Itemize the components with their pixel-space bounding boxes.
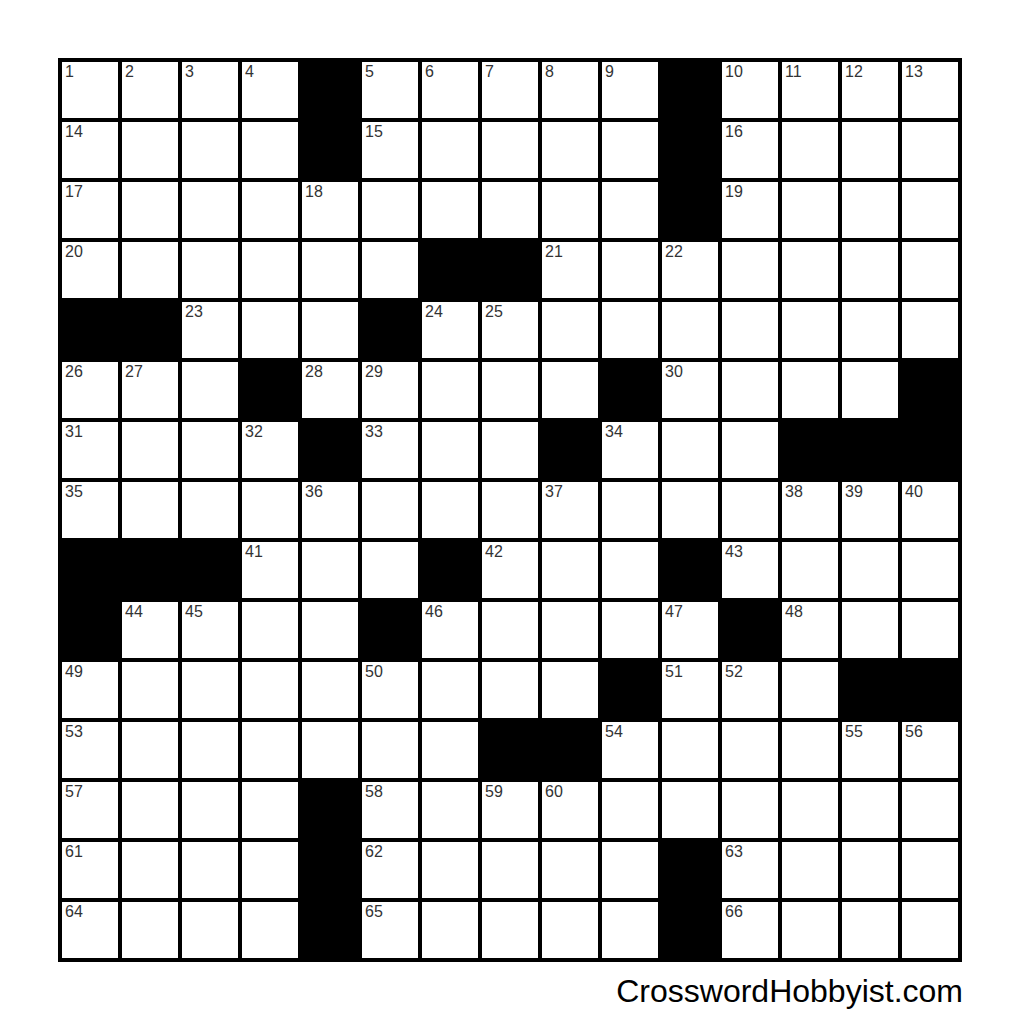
cell-r14c4[interactable] bbox=[242, 842, 298, 898]
cell-r8c6[interactable] bbox=[362, 482, 418, 538]
cell-r1c4[interactable]: 4 bbox=[242, 62, 298, 118]
clue-number: 36 bbox=[305, 482, 323, 501]
clue-number: 17 bbox=[65, 182, 83, 201]
black-cell-r9c11 bbox=[662, 542, 718, 598]
cell-r5c14[interactable] bbox=[842, 302, 898, 358]
cell-r11c3[interactable] bbox=[182, 662, 238, 718]
cell-r14c12[interactable]: 63 bbox=[722, 842, 778, 898]
cell-r2c4[interactable] bbox=[242, 122, 298, 178]
cell-r15c8[interactable] bbox=[482, 902, 538, 958]
cell-r12c14[interactable]: 55 bbox=[842, 722, 898, 778]
cell-r5c7[interactable]: 24 bbox=[422, 302, 478, 358]
cell-r15c4[interactable] bbox=[242, 902, 298, 958]
black-cell-r7c15 bbox=[902, 422, 958, 478]
puzzle-page: 1234567891011121314151617181920212223242… bbox=[0, 0, 1020, 1020]
clue-number: 42 bbox=[485, 542, 503, 561]
clue-number: 25 bbox=[485, 302, 503, 321]
cell-r4c9[interactable]: 21 bbox=[542, 242, 598, 298]
cell-r3c1[interactable]: 17 bbox=[62, 182, 118, 238]
cell-r1c8[interactable]: 7 bbox=[482, 62, 538, 118]
cell-r12c12[interactable] bbox=[722, 722, 778, 778]
cell-r2c9[interactable] bbox=[542, 122, 598, 178]
cell-r14c2[interactable] bbox=[122, 842, 178, 898]
cell-r7c7[interactable] bbox=[422, 422, 478, 478]
cell-r13c3[interactable] bbox=[182, 782, 238, 838]
cell-r10c11[interactable]: 47 bbox=[662, 602, 718, 658]
cell-r15c9[interactable] bbox=[542, 902, 598, 958]
cell-r10c5[interactable] bbox=[302, 602, 358, 658]
clue-number: 52 bbox=[725, 662, 743, 681]
clue-number: 49 bbox=[65, 662, 83, 681]
cell-r10c13[interactable]: 48 bbox=[782, 602, 838, 658]
black-cell-r7c5 bbox=[302, 422, 358, 478]
clue-number: 57 bbox=[65, 782, 83, 801]
clue-number: 24 bbox=[425, 302, 443, 321]
clue-number: 45 bbox=[185, 602, 203, 621]
clue-number: 40 bbox=[905, 482, 923, 501]
black-cell-r13c5 bbox=[302, 782, 358, 838]
cell-r5c13[interactable] bbox=[782, 302, 838, 358]
cell-r9c12[interactable]: 43 bbox=[722, 542, 778, 598]
cell-r11c6[interactable]: 50 bbox=[362, 662, 418, 718]
cell-r8c10[interactable] bbox=[602, 482, 658, 538]
cell-r10c14[interactable] bbox=[842, 602, 898, 658]
black-cell-r3c11 bbox=[662, 182, 718, 238]
cell-r11c1[interactable]: 49 bbox=[62, 662, 118, 718]
clue-number: 65 bbox=[365, 902, 383, 921]
cell-r1c10[interactable]: 9 bbox=[602, 62, 658, 118]
cell-r9c8[interactable]: 42 bbox=[482, 542, 538, 598]
black-cell-r9c7 bbox=[422, 542, 478, 598]
black-cell-r6c15 bbox=[902, 362, 958, 418]
cell-r7c2[interactable] bbox=[122, 422, 178, 478]
cell-r10c3[interactable]: 45 bbox=[182, 602, 238, 658]
cell-r11c8[interactable] bbox=[482, 662, 538, 718]
cell-r6c2[interactable]: 27 bbox=[122, 362, 178, 418]
cell-r1c7[interactable]: 6 bbox=[422, 62, 478, 118]
cell-r1c12[interactable]: 10 bbox=[722, 62, 778, 118]
cell-r10c8[interactable] bbox=[482, 602, 538, 658]
clue-number: 66 bbox=[725, 902, 743, 921]
cell-r13c13[interactable] bbox=[782, 782, 838, 838]
cell-r14c9[interactable] bbox=[542, 842, 598, 898]
cell-r4c10[interactable] bbox=[602, 242, 658, 298]
cell-r1c15[interactable]: 13 bbox=[902, 62, 958, 118]
clue-number: 60 bbox=[545, 782, 563, 801]
cell-r12c10[interactable]: 54 bbox=[602, 722, 658, 778]
clue-number: 22 bbox=[665, 242, 683, 261]
cell-r6c13[interactable] bbox=[782, 362, 838, 418]
clue-number: 28 bbox=[305, 362, 323, 381]
cell-r3c10[interactable] bbox=[602, 182, 658, 238]
cell-r3c6[interactable] bbox=[362, 182, 418, 238]
clue-number: 37 bbox=[545, 482, 563, 501]
cell-r12c6[interactable] bbox=[362, 722, 418, 778]
clue-number: 21 bbox=[545, 242, 563, 261]
cell-r14c3[interactable] bbox=[182, 842, 238, 898]
clue-number: 33 bbox=[365, 422, 383, 441]
clue-number: 35 bbox=[65, 482, 83, 501]
cell-r2c3[interactable] bbox=[182, 122, 238, 178]
cell-r8c7[interactable] bbox=[422, 482, 478, 538]
cell-r3c12[interactable]: 19 bbox=[722, 182, 778, 238]
cell-r5c8[interactable]: 25 bbox=[482, 302, 538, 358]
cell-r2c7[interactable] bbox=[422, 122, 478, 178]
cell-r8c1[interactable]: 35 bbox=[62, 482, 118, 538]
cell-r10c9[interactable] bbox=[542, 602, 598, 658]
clue-number: 39 bbox=[845, 482, 863, 501]
cell-r8c11[interactable] bbox=[662, 482, 718, 538]
cell-r5c4[interactable] bbox=[242, 302, 298, 358]
clue-number: 6 bbox=[425, 62, 434, 81]
clue-number: 44 bbox=[125, 602, 143, 621]
black-cell-r10c6 bbox=[362, 602, 418, 658]
black-cell-r9c2 bbox=[122, 542, 178, 598]
cell-r15c3[interactable] bbox=[182, 902, 238, 958]
cell-r4c4[interactable] bbox=[242, 242, 298, 298]
clue-number: 26 bbox=[65, 362, 83, 381]
cell-r10c10[interactable] bbox=[602, 602, 658, 658]
clue-number: 8 bbox=[545, 62, 554, 81]
black-cell-r7c14 bbox=[842, 422, 898, 478]
clue-number: 59 bbox=[485, 782, 503, 801]
black-cell-r12c9 bbox=[542, 722, 598, 778]
cell-r14c8[interactable] bbox=[482, 842, 538, 898]
cell-r8c15[interactable]: 40 bbox=[902, 482, 958, 538]
cell-r7c12[interactable] bbox=[722, 422, 778, 478]
black-cell-r11c15 bbox=[902, 662, 958, 718]
cell-r3c5[interactable]: 18 bbox=[302, 182, 358, 238]
clue-number: 64 bbox=[65, 902, 83, 921]
cell-r9c10[interactable] bbox=[602, 542, 658, 598]
black-cell-r5c2 bbox=[122, 302, 178, 358]
cell-r7c4[interactable]: 32 bbox=[242, 422, 298, 478]
cell-r9c4[interactable]: 41 bbox=[242, 542, 298, 598]
cell-r12c13[interactable] bbox=[782, 722, 838, 778]
cell-r13c4[interactable] bbox=[242, 782, 298, 838]
cell-r15c10[interactable] bbox=[602, 902, 658, 958]
clue-number: 2 bbox=[125, 62, 134, 81]
cell-r3c8[interactable] bbox=[482, 182, 538, 238]
clue-number: 5 bbox=[365, 62, 374, 81]
cell-r13c12[interactable] bbox=[722, 782, 778, 838]
black-cell-r14c11 bbox=[662, 842, 718, 898]
cell-r2c8[interactable] bbox=[482, 122, 538, 178]
clue-number: 18 bbox=[305, 182, 323, 201]
cell-r15c2[interactable] bbox=[122, 902, 178, 958]
clue-number: 58 bbox=[365, 782, 383, 801]
cell-r4c3[interactable] bbox=[182, 242, 238, 298]
cell-r2c6[interactable]: 15 bbox=[362, 122, 418, 178]
clue-number: 23 bbox=[185, 302, 203, 321]
cell-r15c13[interactable] bbox=[782, 902, 838, 958]
cell-r8c3[interactable] bbox=[182, 482, 238, 538]
clue-number: 30 bbox=[665, 362, 683, 381]
black-cell-r11c14 bbox=[842, 662, 898, 718]
cell-r14c15[interactable] bbox=[902, 842, 958, 898]
cell-r14c10[interactable] bbox=[602, 842, 658, 898]
cell-r6c9[interactable] bbox=[542, 362, 598, 418]
cell-r3c7[interactable] bbox=[422, 182, 478, 238]
branding-footer: CrosswordHobbyist.com bbox=[616, 973, 963, 1009]
cell-r3c15[interactable] bbox=[902, 182, 958, 238]
cell-r2c1[interactable]: 14 bbox=[62, 122, 118, 178]
cell-r12c11[interactable] bbox=[662, 722, 718, 778]
clue-number: 38 bbox=[785, 482, 803, 501]
cell-r3c9[interactable] bbox=[542, 182, 598, 238]
clue-number: 11 bbox=[785, 62, 802, 81]
clue-number: 56 bbox=[905, 722, 923, 741]
clue-number: 4 bbox=[245, 62, 254, 81]
cell-r12c15[interactable]: 56 bbox=[902, 722, 958, 778]
cell-r4c11[interactable]: 22 bbox=[662, 242, 718, 298]
black-cell-r9c3 bbox=[182, 542, 238, 598]
cell-r8c5[interactable]: 36 bbox=[302, 482, 358, 538]
cell-r12c1[interactable]: 53 bbox=[62, 722, 118, 778]
black-cell-r14c5 bbox=[302, 842, 358, 898]
clue-number: 47 bbox=[665, 602, 683, 621]
cell-r14c13[interactable] bbox=[782, 842, 838, 898]
cell-r11c11[interactable]: 51 bbox=[662, 662, 718, 718]
clue-number: 62 bbox=[365, 842, 383, 861]
cell-r7c3[interactable] bbox=[182, 422, 238, 478]
cell-r14c7[interactable] bbox=[422, 842, 478, 898]
cell-r6c3[interactable] bbox=[182, 362, 238, 418]
cell-r10c15[interactable] bbox=[902, 602, 958, 658]
cell-r4c14[interactable] bbox=[842, 242, 898, 298]
black-cell-r4c7 bbox=[422, 242, 478, 298]
cell-r11c4[interactable] bbox=[242, 662, 298, 718]
cell-r8c2[interactable] bbox=[122, 482, 178, 538]
cell-r11c12[interactable]: 52 bbox=[722, 662, 778, 718]
black-cell-r2c5 bbox=[302, 122, 358, 178]
cell-r2c10[interactable] bbox=[602, 122, 658, 178]
cell-r4c6[interactable] bbox=[362, 242, 418, 298]
cell-r15c12[interactable]: 66 bbox=[722, 902, 778, 958]
cell-r6c12[interactable] bbox=[722, 362, 778, 418]
black-cell-r2c11 bbox=[662, 122, 718, 178]
crossword-grid: 1234567891011121314151617181920212223242… bbox=[58, 58, 962, 962]
clue-number: 29 bbox=[365, 362, 383, 381]
black-cell-r6c4 bbox=[242, 362, 298, 418]
cell-r3c14[interactable] bbox=[842, 182, 898, 238]
cell-r15c6[interactable]: 65 bbox=[362, 902, 418, 958]
cell-r5c12[interactable] bbox=[722, 302, 778, 358]
black-cell-r15c11 bbox=[662, 902, 718, 958]
cell-r12c5[interactable] bbox=[302, 722, 358, 778]
cell-r14c6[interactable]: 62 bbox=[362, 842, 418, 898]
cell-r5c10[interactable] bbox=[602, 302, 658, 358]
clue-number: 19 bbox=[725, 182, 743, 201]
black-cell-r10c1 bbox=[62, 602, 118, 658]
clue-number: 3 bbox=[185, 62, 194, 81]
cell-r6c6[interactable]: 29 bbox=[362, 362, 418, 418]
cell-r10c7[interactable]: 46 bbox=[422, 602, 478, 658]
cell-r9c13[interactable] bbox=[782, 542, 838, 598]
cell-r15c15[interactable] bbox=[902, 902, 958, 958]
clue-number: 15 bbox=[365, 122, 383, 141]
cell-r5c15[interactable] bbox=[902, 302, 958, 358]
black-cell-r1c5 bbox=[302, 62, 358, 118]
clue-number: 9 bbox=[605, 62, 614, 81]
cell-r13c11[interactable] bbox=[662, 782, 718, 838]
cell-r15c1[interactable]: 64 bbox=[62, 902, 118, 958]
cell-r6c1[interactable]: 26 bbox=[62, 362, 118, 418]
cell-r4c13[interactable] bbox=[782, 242, 838, 298]
cell-r9c5[interactable] bbox=[302, 542, 358, 598]
clue-number: 48 bbox=[785, 602, 803, 621]
cell-r1c13[interactable]: 11 bbox=[782, 62, 838, 118]
cell-r9c9[interactable] bbox=[542, 542, 598, 598]
black-cell-r15c5 bbox=[302, 902, 358, 958]
cell-r15c14[interactable] bbox=[842, 902, 898, 958]
cell-r11c5[interactable] bbox=[302, 662, 358, 718]
cell-r5c5[interactable] bbox=[302, 302, 358, 358]
clue-number: 13 bbox=[905, 62, 923, 81]
cell-r4c2[interactable] bbox=[122, 242, 178, 298]
cell-r9c15[interactable] bbox=[902, 542, 958, 598]
clue-number: 50 bbox=[365, 662, 383, 681]
cell-r8c13[interactable]: 38 bbox=[782, 482, 838, 538]
cell-r13c10[interactable] bbox=[602, 782, 658, 838]
black-cell-r5c1 bbox=[62, 302, 118, 358]
cell-r2c15[interactable] bbox=[902, 122, 958, 178]
cell-r8c4[interactable] bbox=[242, 482, 298, 538]
clue-number: 46 bbox=[425, 602, 443, 621]
cell-r3c2[interactable] bbox=[122, 182, 178, 238]
cell-r1c1[interactable]: 1 bbox=[62, 62, 118, 118]
cell-r10c2[interactable]: 44 bbox=[122, 602, 178, 658]
cell-r11c7[interactable] bbox=[422, 662, 478, 718]
clue-number: 14 bbox=[65, 122, 83, 141]
clue-number: 51 bbox=[665, 662, 683, 681]
clue-number: 10 bbox=[725, 62, 743, 81]
cell-r13c14[interactable] bbox=[842, 782, 898, 838]
black-cell-r6c10 bbox=[602, 362, 658, 418]
cell-r13c7[interactable] bbox=[422, 782, 478, 838]
cell-r5c9[interactable] bbox=[542, 302, 598, 358]
cell-r5c3[interactable]: 23 bbox=[182, 302, 238, 358]
cell-r4c5[interactable] bbox=[302, 242, 358, 298]
cell-r1c2[interactable]: 2 bbox=[122, 62, 178, 118]
cell-r15c7[interactable] bbox=[422, 902, 478, 958]
clue-number: 20 bbox=[65, 242, 83, 261]
cell-r7c10[interactable]: 34 bbox=[602, 422, 658, 478]
clue-number: 31 bbox=[65, 422, 83, 441]
clue-number: 32 bbox=[245, 422, 263, 441]
cell-r11c13[interactable] bbox=[782, 662, 838, 718]
clue-number: 54 bbox=[605, 722, 623, 741]
cell-r1c9[interactable]: 8 bbox=[542, 62, 598, 118]
black-cell-r10c12 bbox=[722, 602, 778, 658]
black-cell-r1c11 bbox=[662, 62, 718, 118]
clue-number: 27 bbox=[125, 362, 143, 381]
cell-r9c14[interactable] bbox=[842, 542, 898, 598]
cell-r8c14[interactable]: 39 bbox=[842, 482, 898, 538]
black-cell-r9c1 bbox=[62, 542, 118, 598]
cell-r3c4[interactable] bbox=[242, 182, 298, 238]
clue-number: 1 bbox=[65, 62, 74, 81]
cell-r13c9[interactable]: 60 bbox=[542, 782, 598, 838]
clue-number: 7 bbox=[485, 62, 494, 81]
black-cell-r7c13 bbox=[782, 422, 838, 478]
cell-r6c14[interactable] bbox=[842, 362, 898, 418]
cell-r2c2[interactable] bbox=[122, 122, 178, 178]
cell-r11c2[interactable] bbox=[122, 662, 178, 718]
cell-r8c8[interactable] bbox=[482, 482, 538, 538]
cell-r6c8[interactable] bbox=[482, 362, 538, 418]
clue-number: 41 bbox=[245, 542, 263, 561]
cell-r12c3[interactable] bbox=[182, 722, 238, 778]
clue-number: 63 bbox=[725, 842, 743, 861]
cell-r2c13[interactable] bbox=[782, 122, 838, 178]
cell-r13c15[interactable] bbox=[902, 782, 958, 838]
cell-r1c3[interactable]: 3 bbox=[182, 62, 238, 118]
cell-r7c6[interactable]: 33 bbox=[362, 422, 418, 478]
black-cell-r11c10 bbox=[602, 662, 658, 718]
cell-r13c2[interactable] bbox=[122, 782, 178, 838]
cell-r4c12[interactable] bbox=[722, 242, 778, 298]
clue-number: 34 bbox=[605, 422, 623, 441]
cell-r12c4[interactable] bbox=[242, 722, 298, 778]
cell-r4c15[interactable] bbox=[902, 242, 958, 298]
cell-r1c6[interactable]: 5 bbox=[362, 62, 418, 118]
cell-r3c13[interactable] bbox=[782, 182, 838, 238]
cell-r2c14[interactable] bbox=[842, 122, 898, 178]
cell-r12c2[interactable] bbox=[122, 722, 178, 778]
black-cell-r12c8 bbox=[482, 722, 538, 778]
cell-r8c9[interactable]: 37 bbox=[542, 482, 598, 538]
cell-r11c9[interactable] bbox=[542, 662, 598, 718]
cell-r8c12[interactable] bbox=[722, 482, 778, 538]
cell-r7c11[interactable] bbox=[662, 422, 718, 478]
cell-r1c14[interactable]: 12 bbox=[842, 62, 898, 118]
black-cell-r5c6 bbox=[362, 302, 418, 358]
cell-r6c5[interactable]: 28 bbox=[302, 362, 358, 418]
cell-r6c11[interactable]: 30 bbox=[662, 362, 718, 418]
cell-r13c8[interactable]: 59 bbox=[482, 782, 538, 838]
cell-r2c12[interactable]: 16 bbox=[722, 122, 778, 178]
clue-number: 53 bbox=[65, 722, 83, 741]
clue-number: 61 bbox=[65, 842, 83, 861]
cell-r9c6[interactable] bbox=[362, 542, 418, 598]
black-cell-r7c9 bbox=[542, 422, 598, 478]
cell-r4c1[interactable]: 20 bbox=[62, 242, 118, 298]
cell-r6c7[interactable] bbox=[422, 362, 478, 418]
black-cell-r4c8 bbox=[482, 242, 538, 298]
cell-r7c1[interactable]: 31 bbox=[62, 422, 118, 478]
cell-r10c4[interactable] bbox=[242, 602, 298, 658]
cell-r3c3[interactable] bbox=[182, 182, 238, 238]
clue-number: 55 bbox=[845, 722, 863, 741]
cell-r13c6[interactable]: 58 bbox=[362, 782, 418, 838]
cell-r12c7[interactable] bbox=[422, 722, 478, 778]
cell-r5c11[interactable] bbox=[662, 302, 718, 358]
clue-number: 43 bbox=[725, 542, 743, 561]
cell-r14c14[interactable] bbox=[842, 842, 898, 898]
clue-number: 12 bbox=[845, 62, 863, 81]
cell-r7c8[interactable] bbox=[482, 422, 538, 478]
clue-number: 16 bbox=[725, 122, 743, 141]
cell-r13c1[interactable]: 57 bbox=[62, 782, 118, 838]
cell-r14c1[interactable]: 61 bbox=[62, 842, 118, 898]
